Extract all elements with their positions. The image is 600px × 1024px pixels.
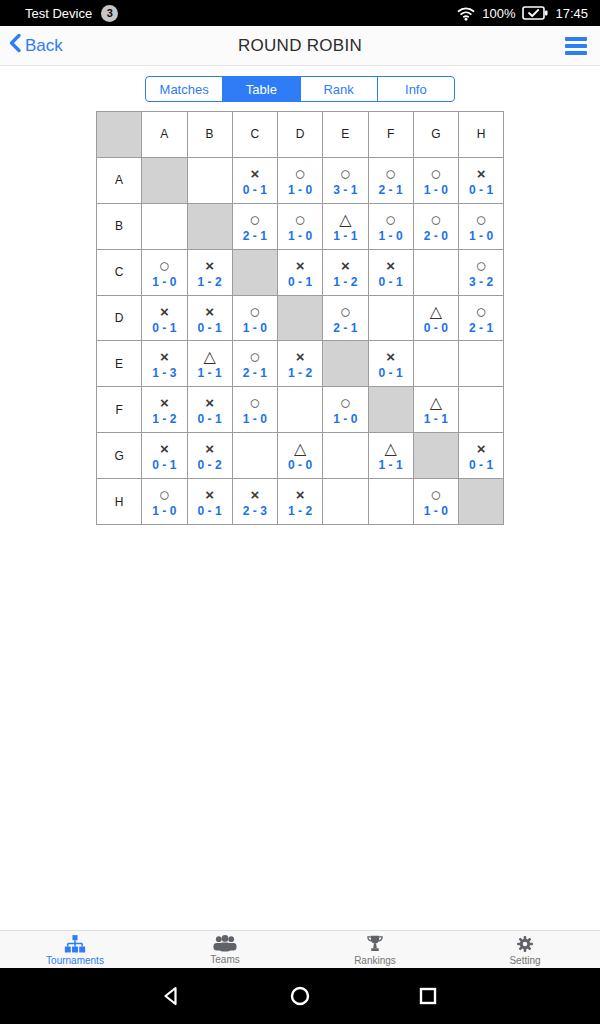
tournament-bracket-icon: [64, 934, 86, 954]
result-cell-B-G[interactable]: ○2 - 0: [414, 204, 459, 250]
row-header-A: A: [97, 158, 142, 204]
loss-cross-symbol: ×: [250, 164, 259, 183]
win-circle-symbol: ○: [430, 485, 441, 504]
result-cell-B-E[interactable]: △1 - 1: [323, 204, 368, 250]
diagonal-cell-C: [233, 250, 278, 296]
battery-icon: [522, 6, 548, 20]
loss-cross-symbol: ×: [250, 485, 259, 504]
win-circle-symbol: ○: [249, 302, 260, 321]
match-score: 0 - 1: [469, 184, 493, 197]
result-cell-A-F[interactable]: ○2 - 1: [369, 158, 414, 204]
draw-triangle-symbol: △: [384, 439, 396, 458]
result-cell-C-D[interactable]: ×0 - 1: [278, 250, 323, 296]
loss-cross-symbol: ×: [296, 256, 305, 275]
match-score: 2 - 1: [243, 230, 267, 243]
match-score: 0 - 1: [198, 413, 222, 426]
match-score: 1 - 0: [379, 230, 403, 243]
match-score: 1 - 1: [379, 459, 403, 472]
win-circle-symbol: ○: [294, 210, 305, 229]
android-recents-button[interactable]: [416, 984, 440, 1012]
diagonal-cell-E: [323, 341, 368, 387]
match-score: 1 - 0: [152, 276, 176, 289]
result-cell-H-D[interactable]: ×1 - 2: [278, 479, 323, 525]
row-header-B: B: [97, 204, 142, 250]
result-cell-H-F[interactable]: [369, 479, 414, 525]
match-score: 0 - 1: [198, 322, 222, 335]
result-cell-A-E[interactable]: ○3 - 1: [323, 158, 368, 204]
nav-label: Teams: [210, 954, 239, 965]
match-score: 2 - 0: [424, 230, 448, 243]
result-cell-G-A[interactable]: ×0 - 1: [142, 433, 187, 479]
result-cell-E-H[interactable]: [459, 341, 504, 387]
result-cell-F-D[interactable]: [278, 387, 323, 433]
result-cell-F-E[interactable]: ○1 - 0: [323, 387, 368, 433]
status-bar: Test Device 3 100% 17:45: [0, 0, 600, 26]
match-score: 1 - 3: [152, 367, 176, 380]
nav-label: Tournaments: [46, 955, 104, 966]
match-score: 0 - 1: [243, 184, 267, 197]
gear-icon: [515, 934, 535, 954]
page-title: ROUND ROBIN: [0, 36, 600, 56]
row-header-H: H: [97, 479, 142, 525]
diagonal-cell-B: [188, 204, 233, 250]
loss-cross-symbol: ×: [477, 439, 486, 458]
result-cell-H-A[interactable]: ○1 - 0: [142, 479, 187, 525]
diagonal-cell-G: [414, 433, 459, 479]
win-circle-symbol: ○: [385, 210, 396, 229]
result-cell-B-F[interactable]: ○1 - 0: [369, 204, 414, 250]
win-circle-symbol: ○: [475, 210, 486, 229]
loss-cross-symbol: ×: [160, 302, 169, 321]
result-cell-A-G[interactable]: ○1 - 0: [414, 158, 459, 204]
win-circle-symbol: ○: [340, 164, 351, 183]
match-score: 1 - 2: [333, 276, 357, 289]
match-score: 0 - 0: [424, 322, 448, 335]
win-circle-symbol: ○: [430, 164, 441, 183]
win-circle-symbol: ○: [249, 347, 260, 366]
win-circle-symbol: ○: [249, 210, 260, 229]
win-circle-symbol: ○: [475, 302, 486, 321]
tab-matches[interactable]: Matches: [146, 77, 222, 101]
win-circle-symbol: ○: [430, 210, 441, 229]
result-cell-G-F[interactable]: △1 - 1: [369, 433, 414, 479]
col-header-A: A: [142, 112, 187, 158]
result-cell-H-B[interactable]: ×0 - 1: [188, 479, 233, 525]
match-score: 1 - 0: [243, 413, 267, 426]
match-score: 1 - 0: [333, 413, 357, 426]
result-cell-A-D[interactable]: ○1 - 0: [278, 158, 323, 204]
android-back-button[interactable]: [159, 984, 183, 1012]
result-cell-G-E[interactable]: [323, 433, 368, 479]
result-cell-F-C[interactable]: ○1 - 0: [233, 387, 278, 433]
result-cell-D-E[interactable]: ○2 - 1: [323, 296, 368, 342]
draw-triangle-symbol: △: [294, 439, 306, 458]
result-cell-B-H[interactable]: ○1 - 0: [459, 204, 504, 250]
result-cell-C-H[interactable]: ○3 - 2: [459, 250, 504, 296]
col-header-H: H: [459, 112, 504, 158]
match-score: 1 - 1: [424, 413, 448, 426]
wifi-icon: [457, 6, 475, 21]
match-score: 1 - 2: [288, 367, 312, 380]
loss-cross-symbol: ×: [205, 393, 214, 412]
col-header-D: D: [278, 112, 323, 158]
nav-teams[interactable]: Teams: [150, 931, 300, 968]
row-header-C: C: [97, 250, 142, 296]
match-score: 3 - 2: [469, 276, 493, 289]
match-score: 1 - 1: [333, 230, 357, 243]
draw-triangle-symbol: △: [203, 347, 215, 366]
result-cell-D-G[interactable]: △0 - 0: [414, 296, 459, 342]
loss-cross-symbol: ×: [477, 164, 486, 183]
diagonal-cell-H: [459, 479, 504, 525]
device-name: Test Device: [25, 6, 92, 21]
result-cell-H-C[interactable]: ×2 - 3: [233, 479, 278, 525]
nav-label: Setting: [509, 955, 540, 966]
match-score: 2 - 3: [243, 505, 267, 518]
row-header-D: D: [97, 296, 142, 342]
result-cell-C-A[interactable]: ○1 - 0: [142, 250, 187, 296]
result-cell-D-A[interactable]: ×0 - 1: [142, 296, 187, 342]
match-score: 0 - 1: [152, 322, 176, 335]
result-cell-G-C[interactable]: [233, 433, 278, 479]
match-score: 1 - 0: [424, 505, 448, 518]
win-circle-symbol: ○: [159, 485, 170, 504]
battery-percent: 100%: [482, 6, 515, 21]
result-cell-E-B[interactable]: △1 - 1: [188, 341, 233, 387]
back-chevron-icon: [8, 33, 22, 58]
match-score: 2 - 1: [469, 322, 493, 335]
win-circle-symbol: ○: [294, 164, 305, 183]
match-score: 0 - 0: [288, 459, 312, 472]
result-cell-F-G[interactable]: △1 - 1: [414, 387, 459, 433]
result-cell-A-B[interactable]: [188, 158, 233, 204]
tab-info[interactable]: Info: [377, 77, 454, 101]
result-cell-E-G[interactable]: [414, 341, 459, 387]
result-cell-E-C[interactable]: ○2 - 1: [233, 341, 278, 387]
tab-table[interactable]: Table: [222, 77, 299, 101]
match-score: 1 - 0: [469, 230, 493, 243]
trophy-icon: [365, 934, 385, 954]
match-score: 1 - 0: [424, 184, 448, 197]
nav-tournaments[interactable]: Tournaments: [0, 931, 150, 968]
loss-cross-symbol: ×: [386, 347, 395, 366]
result-cell-A-H[interactable]: ×0 - 1: [459, 158, 504, 204]
android-home-button[interactable]: [288, 984, 312, 1012]
result-cell-C-F[interactable]: ×0 - 1: [369, 250, 414, 296]
match-score: 1 - 2: [288, 505, 312, 518]
col-header-F: F: [369, 112, 414, 158]
match-score: 1 - 2: [198, 276, 222, 289]
segment-tabs: Matches Table Rank Info: [145, 76, 455, 102]
draw-triangle-symbol: △: [430, 393, 442, 412]
diagonal-cell-A: [142, 158, 187, 204]
app-header: Back ROUND ROBIN: [0, 26, 600, 66]
result-cell-D-H[interactable]: ○2 - 1: [459, 296, 504, 342]
notification-count-badge: 3: [101, 5, 118, 22]
match-score: 0 - 1: [152, 459, 176, 472]
result-cell-D-B[interactable]: ×0 - 1: [188, 296, 233, 342]
nav-setting[interactable]: Setting: [450, 931, 600, 968]
match-score: 2 - 1: [333, 322, 357, 335]
match-score: 1 - 2: [152, 413, 176, 426]
loss-cross-symbol: ×: [205, 302, 214, 321]
people-group-icon: [213, 934, 237, 953]
draw-triangle-symbol: △: [430, 302, 442, 321]
draw-triangle-symbol: △: [339, 210, 351, 229]
back-label: Back: [25, 36, 63, 56]
match-score: 0 - 1: [469, 459, 493, 472]
result-cell-G-H[interactable]: ×0 - 1: [459, 433, 504, 479]
result-cell-B-D[interactable]: ○1 - 0: [278, 204, 323, 250]
loss-cross-symbol: ×: [296, 485, 305, 504]
match-score: 0 - 1: [198, 505, 222, 518]
loss-cross-symbol: ×: [160, 439, 169, 458]
col-header-B: B: [188, 112, 233, 158]
hamburger-menu-icon[interactable]: [565, 33, 587, 59]
android-nav-bar: [0, 968, 600, 1024]
corner-cell: [97, 112, 142, 158]
loss-cross-symbol: ×: [205, 485, 214, 504]
clock: 17:45: [555, 6, 588, 21]
win-circle-symbol: ○: [385, 164, 396, 183]
nav-label: Rankings: [354, 955, 396, 966]
result-cell-A-C[interactable]: ×0 - 1: [233, 158, 278, 204]
match-score: 0 - 1: [379, 367, 403, 380]
loss-cross-symbol: ×: [205, 439, 214, 458]
result-cell-F-A[interactable]: ×1 - 2: [142, 387, 187, 433]
col-header-E: E: [323, 112, 368, 158]
result-cell-D-F[interactable]: [369, 296, 414, 342]
tab-rank[interactable]: Rank: [300, 77, 377, 101]
match-score: 2 - 1: [243, 367, 267, 380]
match-score: 1 - 1: [198, 367, 222, 380]
win-circle-symbol: ○: [475, 256, 486, 275]
col-header-G: G: [414, 112, 459, 158]
match-score: 0 - 2: [198, 459, 222, 472]
loss-cross-symbol: ×: [296, 347, 305, 366]
loss-cross-symbol: ×: [341, 256, 350, 275]
results-grid: ABCDEFGHA×0 - 1○1 - 0○3 - 1○2 - 1○1 - 0×…: [96, 111, 504, 525]
result-cell-G-D[interactable]: △0 - 0: [278, 433, 323, 479]
result-cell-D-C[interactable]: ○1 - 0: [233, 296, 278, 342]
match-score: 1 - 0: [288, 230, 312, 243]
result-cell-E-F[interactable]: ×0 - 1: [369, 341, 414, 387]
loss-cross-symbol: ×: [160, 347, 169, 366]
diagonal-cell-D: [278, 296, 323, 342]
win-circle-symbol: ○: [340, 302, 351, 321]
result-cell-H-G[interactable]: ○1 - 0: [414, 479, 459, 525]
result-cell-C-E[interactable]: ×1 - 2: [323, 250, 368, 296]
result-cell-E-A[interactable]: ×1 - 3: [142, 341, 187, 387]
nav-rankings[interactable]: Rankings: [300, 931, 450, 968]
row-header-F: F: [97, 387, 142, 433]
result-cell-B-A[interactable]: [142, 204, 187, 250]
win-circle-symbol: ○: [159, 256, 170, 275]
match-score: 1 - 0: [243, 322, 267, 335]
result-cell-H-E[interactable]: [323, 479, 368, 525]
match-score: 1 - 0: [152, 505, 176, 518]
loss-cross-symbol: ×: [386, 256, 395, 275]
back-button[interactable]: Back: [8, 33, 63, 58]
match-score: 1 - 0: [288, 184, 312, 197]
match-score: 2 - 1: [379, 184, 403, 197]
row-header-E: E: [97, 341, 142, 387]
match-score: 3 - 1: [333, 184, 357, 197]
result-cell-C-B[interactable]: ×1 - 2: [188, 250, 233, 296]
result-cell-F-H[interactable]: [459, 387, 504, 433]
bottom-nav: Tournaments Teams Rankings: [0, 930, 600, 968]
loss-cross-symbol: ×: [160, 393, 169, 412]
result-cell-B-C[interactable]: ○2 - 1: [233, 204, 278, 250]
diagonal-cell-F: [369, 387, 414, 433]
result-cell-E-D[interactable]: ×1 - 2: [278, 341, 323, 387]
result-cell-G-B[interactable]: ×0 - 2: [188, 433, 233, 479]
loss-cross-symbol: ×: [205, 256, 214, 275]
col-header-C: C: [233, 112, 278, 158]
win-circle-symbol: ○: [340, 393, 351, 412]
result-cell-C-G[interactable]: [414, 250, 459, 296]
match-score: 0 - 1: [288, 276, 312, 289]
row-header-G: G: [97, 433, 142, 479]
win-circle-symbol: ○: [249, 393, 260, 412]
result-cell-F-B[interactable]: ×0 - 1: [188, 387, 233, 433]
match-score: 0 - 1: [379, 276, 403, 289]
